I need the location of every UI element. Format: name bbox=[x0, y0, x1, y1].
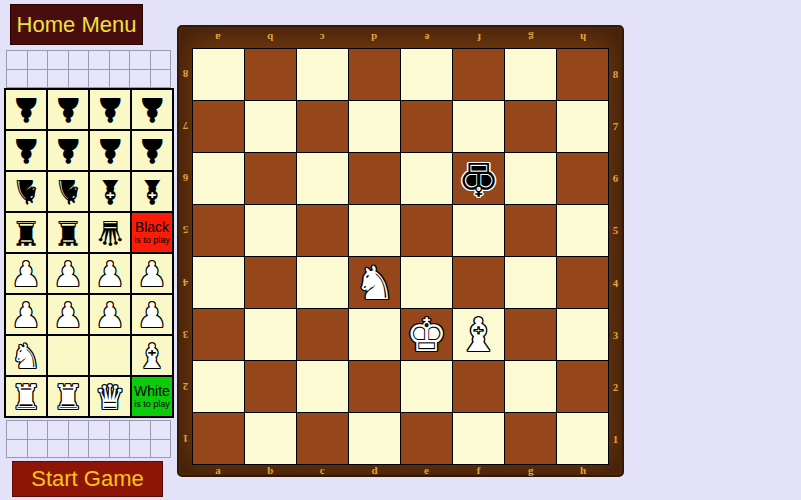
square-g2[interactable] bbox=[505, 361, 556, 412]
file-label-d: d bbox=[348, 463, 400, 477]
file-label-g: g bbox=[505, 463, 557, 477]
tray-cell-white-rook[interactable]: ♜ bbox=[48, 377, 88, 416]
square-h4[interactable] bbox=[557, 257, 608, 308]
black-to-play-subtitle: is to play bbox=[134, 235, 170, 245]
square-a7[interactable] bbox=[193, 101, 244, 152]
holding-cell bbox=[28, 440, 48, 458]
holding-cell bbox=[151, 440, 171, 458]
tray-cell-black-knight[interactable]: ♞ bbox=[48, 172, 88, 211]
black-queen-icon: ♛ bbox=[95, 216, 125, 250]
white-knight-d4[interactable]: ♞ bbox=[354, 260, 395, 306]
holding-cell bbox=[110, 440, 130, 458]
white-king-e3[interactable]: ♚ bbox=[406, 312, 447, 358]
white-queen-icon: ♛ bbox=[95, 380, 125, 414]
square-b5[interactable] bbox=[245, 205, 296, 256]
square-e8[interactable] bbox=[401, 49, 452, 100]
tray-cell-white-pawn[interactable]: ♟ bbox=[6, 254, 46, 293]
square-e5[interactable] bbox=[401, 205, 452, 256]
holding-cell bbox=[130, 440, 150, 458]
square-b1[interactable] bbox=[245, 413, 296, 464]
file-labels-bottom: abcdefgh bbox=[192, 463, 609, 477]
file-label-b: b bbox=[244, 463, 296, 477]
black-pawn-icon: ♟ bbox=[11, 93, 41, 127]
captured-grid-bottom bbox=[6, 420, 171, 458]
rank-label-3: 3 bbox=[179, 309, 192, 361]
tray-cell-white-knight[interactable]: ♞ bbox=[6, 336, 46, 375]
holding-cell bbox=[69, 51, 89, 69]
square-f6[interactable]: ♚ bbox=[453, 153, 504, 204]
square-g7[interactable] bbox=[505, 101, 556, 152]
rank-label-1: 1 bbox=[608, 413, 623, 465]
white-pawn-icon: ♟ bbox=[137, 257, 167, 291]
square-d8[interactable] bbox=[349, 49, 400, 100]
holding-cell bbox=[130, 421, 150, 439]
tray-cell-white-pawn[interactable]: ♟ bbox=[90, 295, 130, 334]
tray-cell-black-pawn[interactable]: ♟ bbox=[6, 90, 46, 129]
black-to-play-indicator[interactable]: Blackis to play bbox=[132, 213, 172, 252]
file-label-f: f bbox=[453, 463, 505, 477]
tray-cell-black-pawn[interactable]: ♟ bbox=[132, 131, 172, 170]
square-f7[interactable] bbox=[453, 101, 504, 152]
square-a6[interactable] bbox=[193, 153, 244, 204]
rank-label-5: 5 bbox=[608, 204, 623, 256]
square-h2[interactable] bbox=[557, 361, 608, 412]
square-c3[interactable] bbox=[297, 309, 348, 360]
square-h5[interactable] bbox=[557, 205, 608, 256]
square-a3[interactable] bbox=[193, 309, 244, 360]
square-h3[interactable] bbox=[557, 309, 608, 360]
file-label-d: d bbox=[348, 31, 400, 45]
square-c6[interactable] bbox=[297, 153, 348, 204]
square-e3[interactable]: ♚ bbox=[401, 309, 452, 360]
black-bishop-icon: ♝ bbox=[95, 175, 125, 209]
holding-cell bbox=[89, 70, 109, 88]
square-a8[interactable] bbox=[193, 49, 244, 100]
holding-cell bbox=[48, 421, 68, 439]
square-d6[interactable] bbox=[349, 153, 400, 204]
white-knight-icon: ♞ bbox=[11, 339, 41, 373]
tray-cell-white-pawn[interactable]: ♟ bbox=[90, 254, 130, 293]
square-e6[interactable] bbox=[401, 153, 452, 204]
holding-cell bbox=[89, 440, 109, 458]
white-pawn-icon: ♟ bbox=[53, 257, 83, 291]
square-h1[interactable] bbox=[557, 413, 608, 464]
file-label-a: a bbox=[192, 463, 244, 477]
file-labels-top: abcdefgh bbox=[192, 31, 609, 45]
white-to-play-subtitle: is to play bbox=[134, 399, 170, 409]
square-g3[interactable] bbox=[505, 309, 556, 360]
holding-cell bbox=[7, 421, 27, 439]
square-g4[interactable] bbox=[505, 257, 556, 308]
holding-cell bbox=[7, 51, 27, 69]
tray-cell-black-pawn[interactable]: ♟ bbox=[48, 131, 88, 170]
square-e1[interactable] bbox=[401, 413, 452, 464]
rank-labels-right: 87654321 bbox=[608, 48, 623, 465]
tray-cell-black-bishop[interactable]: ♝ bbox=[90, 172, 130, 211]
square-d2[interactable] bbox=[349, 361, 400, 412]
square-f1[interactable] bbox=[453, 413, 504, 464]
white-pawn-icon: ♟ bbox=[11, 257, 41, 291]
captured-grid-top bbox=[6, 50, 171, 88]
square-h7[interactable] bbox=[557, 101, 608, 152]
tray-cell-black-pawn[interactable]: ♟ bbox=[132, 90, 172, 129]
rank-label-1: 1 bbox=[179, 413, 192, 465]
rank-label-5: 5 bbox=[179, 204, 192, 256]
black-pawn-icon: ♟ bbox=[53, 134, 83, 168]
white-to-play-indicator[interactable]: Whiteis to play bbox=[132, 377, 172, 416]
file-label-a: a bbox=[192, 31, 244, 45]
square-a1[interactable] bbox=[193, 413, 244, 464]
square-g6[interactable] bbox=[505, 153, 556, 204]
black-pawn-icon: ♟ bbox=[95, 93, 125, 127]
black-pawn-icon: ♟ bbox=[53, 93, 83, 127]
square-d3[interactable] bbox=[349, 309, 400, 360]
square-g1[interactable] bbox=[505, 413, 556, 464]
black-bishop-icon: ♝ bbox=[137, 175, 167, 209]
black-rook-icon: ♜ bbox=[53, 216, 83, 250]
black-pawn-icon: ♟ bbox=[95, 134, 125, 168]
holding-cell bbox=[69, 70, 89, 88]
white-bishop-f3[interactable]: ♝ bbox=[458, 312, 499, 358]
square-c8[interactable] bbox=[297, 49, 348, 100]
black-pawn-icon: ♟ bbox=[11, 134, 41, 168]
square-b4[interactable] bbox=[245, 257, 296, 308]
white-pawn-icon: ♟ bbox=[53, 298, 83, 332]
file-label-c: c bbox=[296, 463, 348, 477]
holding-cell bbox=[110, 421, 130, 439]
square-g5[interactable] bbox=[505, 205, 556, 256]
rank-label-3: 3 bbox=[608, 309, 623, 361]
holding-cell bbox=[28, 421, 48, 439]
rank-label-7: 7 bbox=[608, 100, 623, 152]
square-e4[interactable] bbox=[401, 257, 452, 308]
rank-label-7: 7 bbox=[179, 100, 192, 152]
holding-cell bbox=[110, 70, 130, 88]
square-f8[interactable] bbox=[453, 49, 504, 100]
tray-cell-white-pawn[interactable]: ♟ bbox=[48, 295, 88, 334]
tray-cell-white-bishop[interactable]: ♝ bbox=[132, 336, 172, 375]
white-pawn-icon: ♟ bbox=[95, 257, 125, 291]
square-c5[interactable] bbox=[297, 205, 348, 256]
black-pawn-icon: ♟ bbox=[137, 93, 167, 127]
chess-board-frame: abcdefgh 87654321 ♚♞♚♝ 87654321 abcdefgh bbox=[177, 25, 624, 477]
rank-label-8: 8 bbox=[608, 48, 623, 100]
file-label-g: g bbox=[505, 31, 557, 45]
rank-label-2: 2 bbox=[179, 361, 192, 413]
holding-cell bbox=[28, 70, 48, 88]
white-pawn-icon: ♟ bbox=[137, 298, 167, 332]
square-f2[interactable] bbox=[453, 361, 504, 412]
holding-cell bbox=[151, 70, 171, 88]
square-b3[interactable] bbox=[245, 309, 296, 360]
file-label-f: f bbox=[453, 31, 505, 45]
tray-cell-black-pawn[interactable]: ♟ bbox=[90, 131, 130, 170]
white-rook-icon: ♜ bbox=[53, 380, 83, 414]
tray-cell-black-knight[interactable]: ♞ bbox=[6, 172, 46, 211]
white-to-play-title: White bbox=[134, 383, 170, 399]
tray-cell-white-pawn[interactable]: ♟ bbox=[48, 254, 88, 293]
square-b7[interactable] bbox=[245, 101, 296, 152]
holding-cell bbox=[69, 440, 89, 458]
file-label-e: e bbox=[401, 463, 453, 477]
white-pawn-icon: ♟ bbox=[11, 298, 41, 332]
holding-cell bbox=[48, 440, 68, 458]
white-rook-icon: ♜ bbox=[11, 380, 41, 414]
file-label-e: e bbox=[401, 31, 453, 45]
square-d5[interactable] bbox=[349, 205, 400, 256]
square-f5[interactable] bbox=[453, 205, 504, 256]
holding-cell bbox=[69, 421, 89, 439]
tray-cell-empty bbox=[90, 336, 130, 375]
start-game-button[interactable]: Start Game bbox=[12, 461, 163, 497]
rank-label-8: 8 bbox=[179, 48, 192, 100]
holding-cell bbox=[48, 51, 68, 69]
file-label-h: h bbox=[557, 463, 609, 477]
black-rook-icon: ♜ bbox=[11, 216, 41, 250]
tray-cell-black-rook[interactable]: ♜ bbox=[6, 213, 46, 252]
tray-cell-black-rook[interactable]: ♜ bbox=[48, 213, 88, 252]
square-a5[interactable] bbox=[193, 205, 244, 256]
square-b2[interactable] bbox=[245, 361, 296, 412]
holding-cell bbox=[151, 421, 171, 439]
square-g8[interactable] bbox=[505, 49, 556, 100]
black-knight-icon: ♞ bbox=[11, 175, 41, 209]
square-e7[interactable] bbox=[401, 101, 452, 152]
square-d4[interactable]: ♞ bbox=[349, 257, 400, 308]
holding-cell bbox=[7, 440, 27, 458]
holding-cell bbox=[48, 70, 68, 88]
tray-cell-white-pawn[interactable]: ♟ bbox=[132, 295, 172, 334]
file-label-h: h bbox=[557, 31, 609, 45]
square-c1[interactable] bbox=[297, 413, 348, 464]
tray-cell-white-pawn[interactable]: ♟ bbox=[132, 254, 172, 293]
tray-cell-white-pawn[interactable]: ♟ bbox=[6, 295, 46, 334]
chess-board: ♚♞♚♝ bbox=[192, 48, 609, 465]
holding-cell bbox=[130, 70, 150, 88]
tray-cell-black-queen[interactable]: ♛ bbox=[90, 213, 130, 252]
holding-cell bbox=[89, 421, 109, 439]
home-menu-button[interactable]: Home Menu bbox=[10, 4, 143, 45]
black-knight-icon: ♞ bbox=[53, 175, 83, 209]
square-a4[interactable] bbox=[193, 257, 244, 308]
square-c2[interactable] bbox=[297, 361, 348, 412]
tray-cell-black-pawn[interactable]: ♟ bbox=[48, 90, 88, 129]
tray-cell-empty bbox=[48, 336, 88, 375]
holding-cell bbox=[28, 51, 48, 69]
tray-cell-black-pawn[interactable]: ♟ bbox=[6, 131, 46, 170]
tray-cell-black-pawn[interactable]: ♟ bbox=[90, 90, 130, 129]
holding-cell bbox=[7, 70, 27, 88]
rank-label-4: 4 bbox=[608, 257, 623, 309]
rank-labels-left: 87654321 bbox=[179, 48, 192, 465]
black-to-play-title: Black bbox=[135, 219, 169, 235]
square-h6[interactable] bbox=[557, 153, 608, 204]
rank-label-6: 6 bbox=[608, 152, 623, 204]
holding-cell bbox=[130, 51, 150, 69]
white-bishop-icon: ♝ bbox=[137, 339, 167, 373]
tray-cell-black-bishop[interactable]: ♝ bbox=[132, 172, 172, 211]
square-c7[interactable] bbox=[297, 101, 348, 152]
holding-cell bbox=[110, 51, 130, 69]
holding-cell bbox=[89, 51, 109, 69]
rank-label-4: 4 bbox=[179, 257, 192, 309]
square-a2[interactable] bbox=[193, 361, 244, 412]
tray-cell-white-rook[interactable]: ♜ bbox=[6, 377, 46, 416]
file-label-b: b bbox=[244, 31, 296, 45]
black-king-f6[interactable]: ♚ bbox=[458, 156, 499, 202]
square-f4[interactable] bbox=[453, 257, 504, 308]
black-pawn-icon: ♟ bbox=[137, 134, 167, 168]
square-e2[interactable] bbox=[401, 361, 452, 412]
square-b6[interactable] bbox=[245, 153, 296, 204]
square-b8[interactable] bbox=[245, 49, 296, 100]
tray-cell-white-queen[interactable]: ♛ bbox=[90, 377, 130, 416]
piece-tray: ♟♟♟♟♟♟♟♟♞♞♝♝♜♜♛Blackis to play♟♟♟♟♟♟♟♟♞♝… bbox=[4, 88, 174, 418]
square-c4[interactable] bbox=[297, 257, 348, 308]
holding-cell bbox=[151, 51, 171, 69]
square-f3[interactable]: ♝ bbox=[453, 309, 504, 360]
file-label-c: c bbox=[296, 31, 348, 45]
rank-label-2: 2 bbox=[608, 361, 623, 413]
square-h8[interactable] bbox=[557, 49, 608, 100]
square-d1[interactable] bbox=[349, 413, 400, 464]
white-pawn-icon: ♟ bbox=[95, 298, 125, 332]
square-d7[interactable] bbox=[349, 101, 400, 152]
rank-label-6: 6 bbox=[179, 152, 192, 204]
